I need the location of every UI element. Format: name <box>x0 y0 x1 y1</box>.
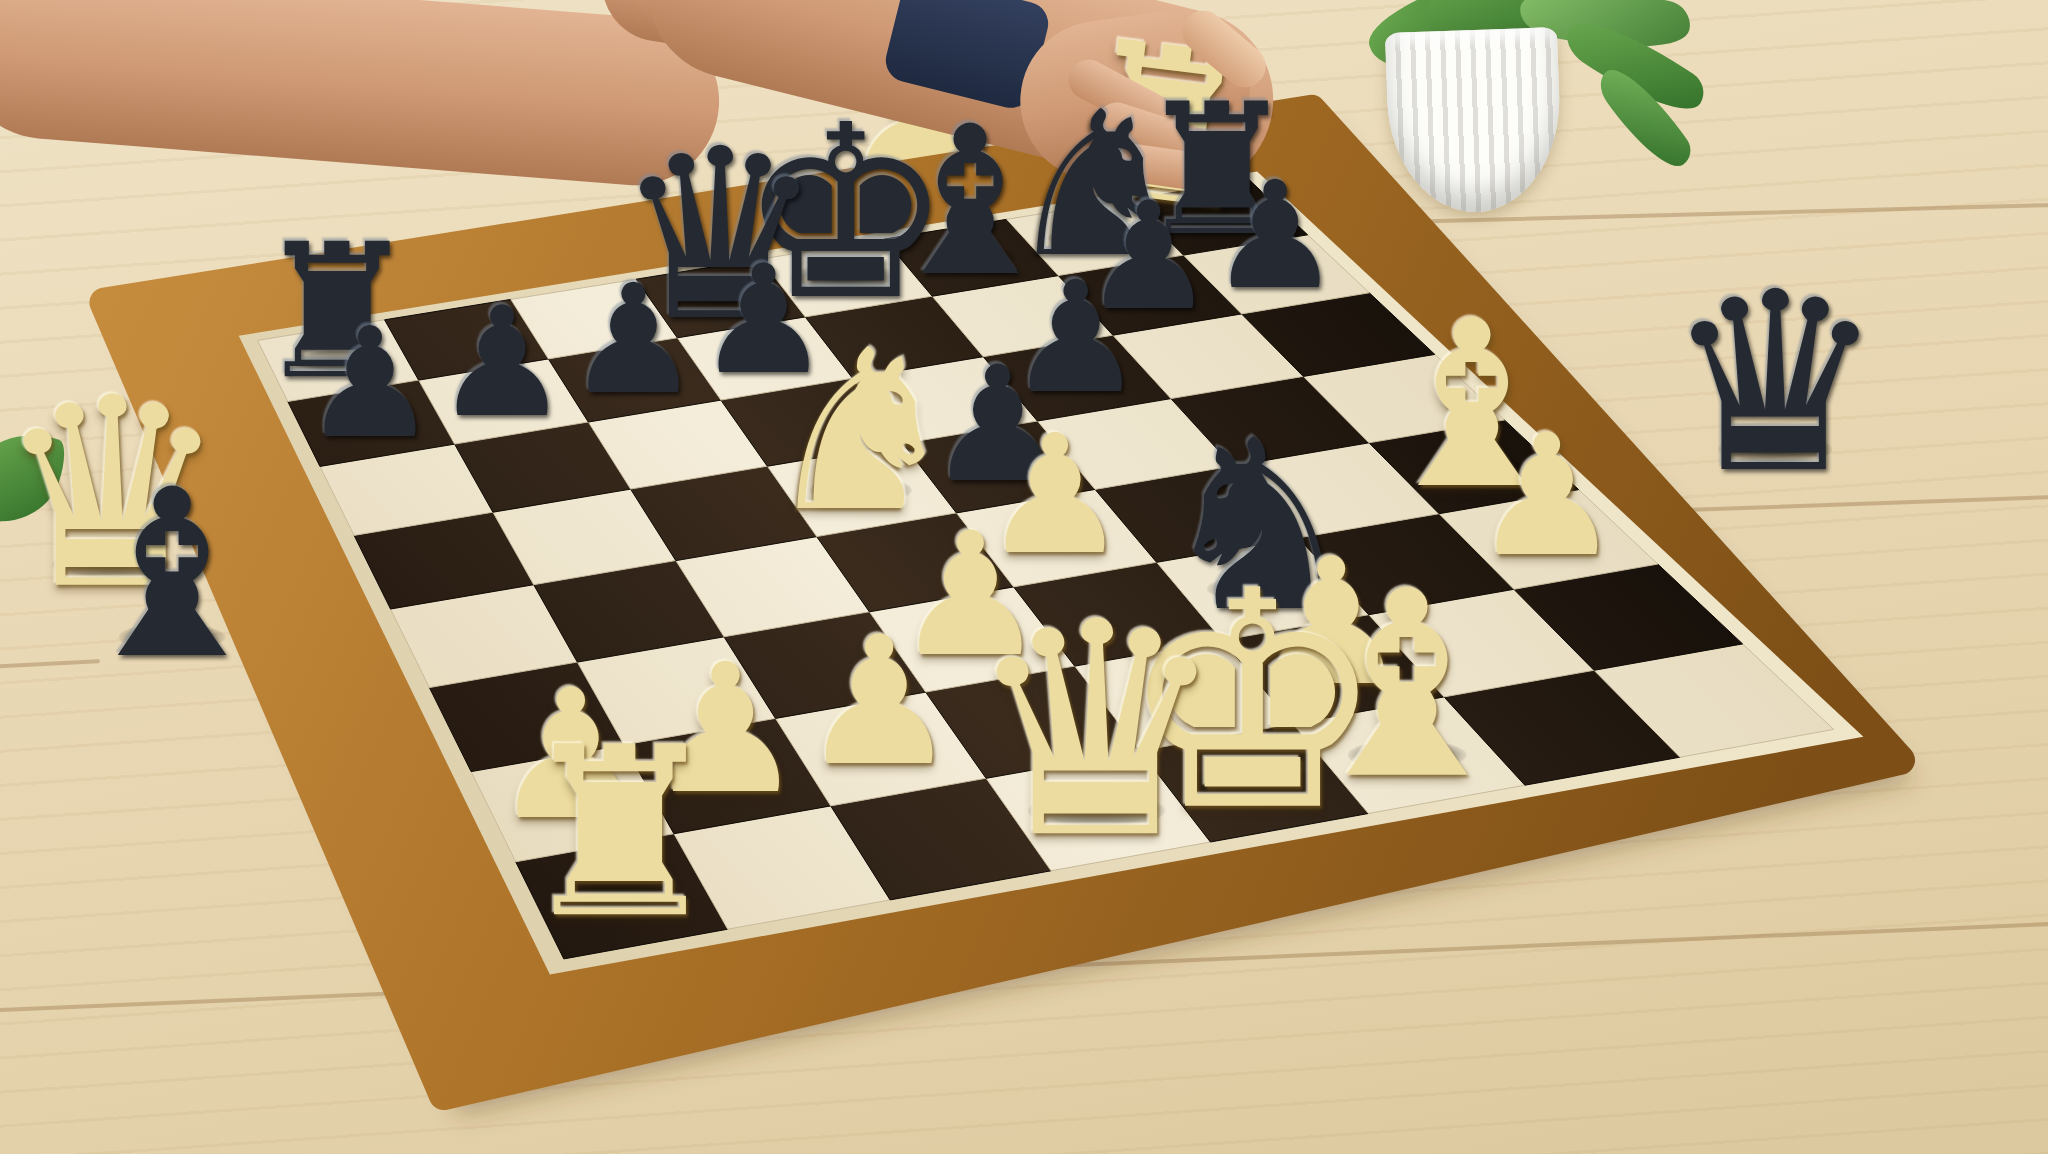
plant-pot <box>1385 27 1563 215</box>
photo-scene: ♟ ♜ <box>0 0 2048 1154</box>
plant <box>0 0 2048 1154</box>
